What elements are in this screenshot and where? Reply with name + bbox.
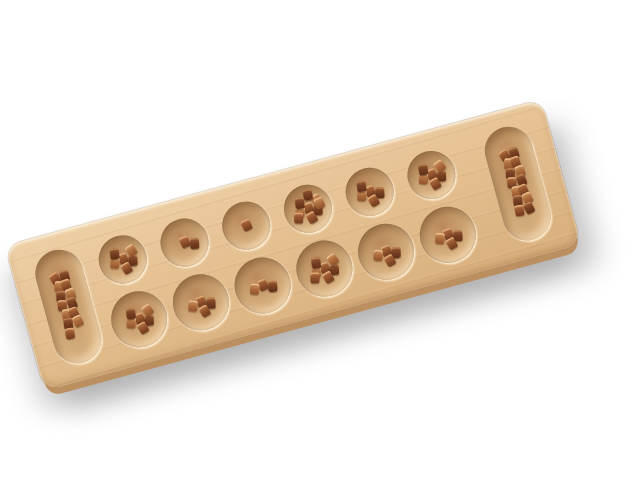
seed (240, 218, 253, 232)
mancala-board (5, 99, 581, 390)
seed (417, 163, 427, 175)
pit-bottom-3[interactable] (228, 251, 297, 320)
mancala-photo-scene (0, 0, 640, 480)
seed (302, 188, 313, 200)
pit-top-1[interactable] (93, 230, 152, 289)
seed (294, 197, 304, 209)
seed (434, 232, 444, 244)
seed (178, 235, 191, 249)
store-left[interactable] (30, 244, 107, 369)
seed (189, 237, 199, 248)
pit-top-6[interactable] (402, 146, 461, 205)
pit-bottom-4[interactable] (290, 234, 359, 303)
seed (188, 300, 198, 312)
seed (293, 212, 302, 223)
seed (64, 327, 75, 339)
pit-top-2[interactable] (155, 213, 214, 272)
pit-bottom-6[interactable] (413, 200, 482, 269)
seed (373, 249, 383, 261)
pit-bottom-1[interactable] (105, 285, 174, 354)
seed (310, 272, 319, 283)
seed (249, 283, 259, 295)
pit-top-4[interactable] (278, 179, 337, 238)
pit-top-5[interactable] (340, 162, 399, 221)
seed (356, 180, 366, 192)
seed (109, 248, 119, 260)
seed (125, 307, 135, 319)
store-right[interactable] (479, 121, 556, 246)
pit-bottom-2[interactable] (166, 268, 235, 337)
seed (310, 257, 320, 269)
pit-top-3[interactable] (217, 196, 276, 255)
seed (267, 280, 277, 291)
pit-bottom-5[interactable] (352, 217, 421, 286)
